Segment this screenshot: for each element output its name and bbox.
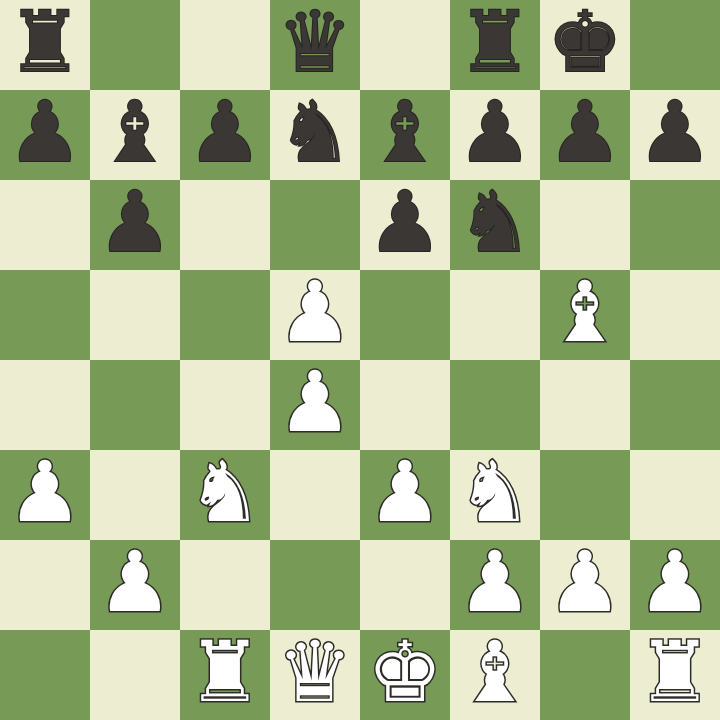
white-pawn-piece[interactable]: ♟ — [630, 537, 720, 627]
square-h5[interactable] — [630, 270, 720, 360]
black-pawn-piece[interactable]: ♟ — [450, 87, 540, 177]
white-rook-piece[interactable]: ♜ — [630, 627, 720, 717]
square-f5[interactable] — [450, 270, 540, 360]
square-a1[interactable] — [0, 630, 90, 720]
white-king-piece[interactable]: ♚ — [360, 627, 450, 717]
square-b7[interactable]: ♝ — [90, 90, 180, 180]
square-g5[interactable]: ♝ — [540, 270, 630, 360]
square-g4[interactable] — [540, 360, 630, 450]
square-h7[interactable]: ♟ — [630, 90, 720, 180]
white-pawn-piece[interactable]: ♟ — [270, 357, 360, 447]
black-king-piece[interactable]: ♚ — [540, 0, 630, 87]
square-a5[interactable] — [0, 270, 90, 360]
square-c8[interactable] — [180, 0, 270, 90]
square-a7[interactable]: ♟ — [0, 90, 90, 180]
black-knight-piece[interactable]: ♞ — [450, 177, 540, 267]
white-knight-piece[interactable]: ♞ — [180, 447, 270, 537]
white-pawn-piece[interactable]: ♟ — [0, 447, 90, 537]
square-b5[interactable] — [90, 270, 180, 360]
white-bishop-piece[interactable]: ♝ — [540, 267, 630, 357]
square-c6[interactable] — [180, 180, 270, 270]
square-a4[interactable] — [0, 360, 90, 450]
chess-board: ♜♛♜♚♟♝♟♞♝♟♟♟♟♟♞♟♝♟♟♞♟♞♟♟♟♟♜♛♚♝♜ — [0, 0, 720, 720]
white-rook-piece[interactable]: ♜ — [180, 627, 270, 717]
white-pawn-piece[interactable]: ♟ — [90, 537, 180, 627]
square-f8[interactable]: ♜ — [450, 0, 540, 90]
square-h4[interactable] — [630, 360, 720, 450]
black-queen-piece[interactable]: ♛ — [270, 0, 360, 87]
white-pawn-piece[interactable]: ♟ — [540, 537, 630, 627]
white-knight-piece[interactable]: ♞ — [450, 447, 540, 537]
square-h1[interactable]: ♜ — [630, 630, 720, 720]
square-b4[interactable] — [90, 360, 180, 450]
square-g8[interactable]: ♚ — [540, 0, 630, 90]
square-a3[interactable]: ♟ — [0, 450, 90, 540]
square-d4[interactable]: ♟ — [270, 360, 360, 450]
black-pawn-piece[interactable]: ♟ — [0, 87, 90, 177]
square-b2[interactable]: ♟ — [90, 540, 180, 630]
square-f1[interactable]: ♝ — [450, 630, 540, 720]
white-bishop-piece[interactable]: ♝ — [450, 627, 540, 717]
square-g7[interactable]: ♟ — [540, 90, 630, 180]
square-c3[interactable]: ♞ — [180, 450, 270, 540]
square-b8[interactable] — [90, 0, 180, 90]
square-f4[interactable] — [450, 360, 540, 450]
square-a2[interactable] — [0, 540, 90, 630]
square-f7[interactable]: ♟ — [450, 90, 540, 180]
square-f3[interactable]: ♞ — [450, 450, 540, 540]
square-d6[interactable] — [270, 180, 360, 270]
square-h8[interactable] — [630, 0, 720, 90]
square-h6[interactable] — [630, 180, 720, 270]
square-e1[interactable]: ♚ — [360, 630, 450, 720]
black-rook-piece[interactable]: ♜ — [450, 0, 540, 87]
square-d5[interactable]: ♟ — [270, 270, 360, 360]
square-d7[interactable]: ♞ — [270, 90, 360, 180]
white-queen-piece[interactable]: ♛ — [270, 627, 360, 717]
black-pawn-piece[interactable]: ♟ — [180, 87, 270, 177]
black-knight-piece[interactable]: ♞ — [270, 87, 360, 177]
black-pawn-piece[interactable]: ♟ — [540, 87, 630, 177]
square-e3[interactable]: ♟ — [360, 450, 450, 540]
square-a6[interactable] — [0, 180, 90, 270]
square-c2[interactable] — [180, 540, 270, 630]
black-bishop-piece[interactable]: ♝ — [90, 87, 180, 177]
square-e7[interactable]: ♝ — [360, 90, 450, 180]
square-d3[interactable] — [270, 450, 360, 540]
square-g1[interactable] — [540, 630, 630, 720]
square-b3[interactable] — [90, 450, 180, 540]
square-d8[interactable]: ♛ — [270, 0, 360, 90]
square-b6[interactable]: ♟ — [90, 180, 180, 270]
square-c7[interactable]: ♟ — [180, 90, 270, 180]
square-h2[interactable]: ♟ — [630, 540, 720, 630]
square-f2[interactable]: ♟ — [450, 540, 540, 630]
square-h3[interactable] — [630, 450, 720, 540]
square-e5[interactable] — [360, 270, 450, 360]
black-rook-piece[interactable]: ♜ — [0, 0, 90, 87]
square-g6[interactable] — [540, 180, 630, 270]
square-d1[interactable]: ♛ — [270, 630, 360, 720]
square-c5[interactable] — [180, 270, 270, 360]
square-e2[interactable] — [360, 540, 450, 630]
white-pawn-piece[interactable]: ♟ — [270, 267, 360, 357]
black-bishop-piece[interactable]: ♝ — [360, 87, 450, 177]
black-pawn-piece[interactable]: ♟ — [630, 87, 720, 177]
square-e6[interactable]: ♟ — [360, 180, 450, 270]
square-d2[interactable] — [270, 540, 360, 630]
square-b1[interactable] — [90, 630, 180, 720]
white-pawn-piece[interactable]: ♟ — [450, 537, 540, 627]
square-f6[interactable]: ♞ — [450, 180, 540, 270]
square-g3[interactable] — [540, 450, 630, 540]
white-pawn-piece[interactable]: ♟ — [360, 447, 450, 537]
black-pawn-piece[interactable]: ♟ — [90, 177, 180, 267]
square-c1[interactable]: ♜ — [180, 630, 270, 720]
square-c4[interactable] — [180, 360, 270, 450]
square-g2[interactable]: ♟ — [540, 540, 630, 630]
square-e8[interactable] — [360, 0, 450, 90]
square-a8[interactable]: ♜ — [0, 0, 90, 90]
black-pawn-piece[interactable]: ♟ — [360, 177, 450, 267]
square-e4[interactable] — [360, 360, 450, 450]
